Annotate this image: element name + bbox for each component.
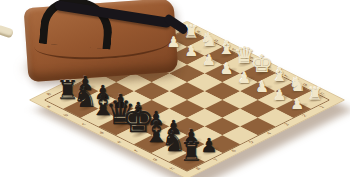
chess-set-product-photo: aa88bb77cc66dd55ee44ff33gg22hh11 ♜♟♟♜♞♟♟… bbox=[0, 0, 350, 177]
light-object-edge bbox=[0, 25, 14, 39]
